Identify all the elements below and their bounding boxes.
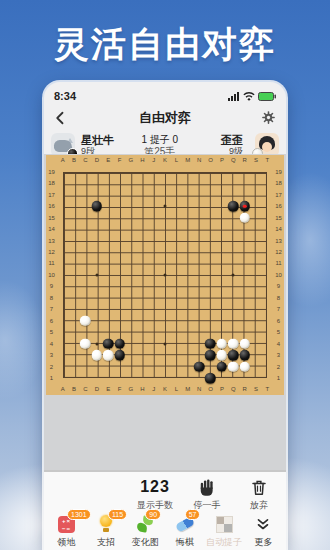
black-stone-O3: [205, 350, 216, 361]
white-player-name: 歪歪: [221, 134, 243, 146]
board-coordinates-left: 19181716151413121110987654321: [46, 166, 57, 384]
settings-button[interactable]: [260, 109, 278, 127]
white-stone-R2: [239, 362, 250, 373]
clock-time: 8:34: [54, 90, 76, 102]
show-move-numbers-button[interactable]: 123 显示手数: [134, 477, 176, 512]
white-stone-E3: [103, 350, 114, 361]
more-button[interactable]: 更多: [244, 514, 283, 549]
star-point-K4: [164, 342, 167, 345]
board-grid[interactable]: [57, 166, 273, 384]
resign-button[interactable]: 放弃: [238, 477, 280, 512]
black-stone-D16: [92, 201, 103, 212]
white-stone-R4: [239, 339, 250, 350]
black-stone-Q16: [228, 201, 239, 212]
white-stone-Q2: [228, 362, 239, 373]
pass-button[interactable]: 停一手: [186, 477, 228, 512]
star-point-D10: [95, 274, 98, 277]
white-stone-Q4: [228, 339, 239, 350]
black-stone-R16: [239, 201, 250, 212]
auto-capture-button: 自动提子: [205, 514, 244, 549]
hint-badge: 115: [108, 509, 127, 520]
white-stone-C6: [80, 316, 91, 327]
star-point-D4: [95, 342, 98, 345]
chevron-double-down-icon: [254, 515, 272, 533]
white-stone-C4: [80, 339, 91, 350]
battery-icon: [258, 92, 276, 101]
hand-icon: [198, 478, 217, 497]
black-stone-N2: [194, 362, 205, 373]
black-stone-Q3: [228, 350, 239, 361]
variation-button[interactable]: 90 变化图: [126, 514, 165, 549]
territory-button[interactable]: +×−= 1301 领地: [47, 514, 86, 549]
black-stone-O4: [205, 339, 216, 350]
board-squares-icon: [216, 516, 233, 533]
signal-icon: [228, 91, 240, 101]
trash-icon: [250, 478, 268, 497]
hint-button[interactable]: 115 支招: [86, 514, 125, 549]
white-stone-P3: [217, 350, 228, 361]
variation-badge: 90: [145, 509, 161, 520]
black-stone-O1: [205, 373, 216, 384]
undo-badge: 57: [185, 509, 201, 520]
girl-avatar-art: [262, 142, 272, 152]
white-stone-P4: [217, 339, 228, 350]
board-coordinates-bottom: ABCDEFGHJKLMNOPQRST: [57, 384, 273, 395]
back-button[interactable]: [52, 109, 70, 127]
status-bar: 8:34: [44, 82, 286, 106]
black-stone-F4: [114, 339, 125, 350]
board-coordinates-top: ABCDEFGHJKLMNOPQRST: [57, 155, 273, 166]
black-stone-F3: [114, 350, 125, 361]
controls-row: 123 显示手数 停一手: [134, 477, 280, 512]
move-numbers-123: 123: [140, 477, 170, 497]
board-coordinates-right: 19181716151413121110987654321: [273, 166, 284, 384]
go-board[interactable]: ABCDEFGHJKLMNOPQRST ABCDEFGHJKLMNOPQRST …: [46, 155, 284, 395]
star-point-K10: [164, 274, 167, 277]
captures-count: 1 提子 0: [141, 134, 178, 146]
star-point-K16: [164, 205, 167, 208]
white-stone-D3: [92, 350, 103, 361]
nav-bar: 自由对弈: [44, 106, 286, 130]
black-stone-P2: [217, 362, 228, 373]
star-point-Q10: [232, 274, 235, 277]
toolbar-row: +×−= 1301 领地 115 支招: [47, 514, 283, 549]
gear-icon: [260, 109, 277, 126]
back-chevron-icon: [52, 109, 70, 127]
hero-title: 灵活自由对弈: [0, 18, 330, 70]
wifi-icon: [243, 91, 255, 101]
page-title: 自由对弈: [139, 109, 191, 127]
bottom-panel: 123 显示手数 停一手: [44, 470, 286, 550]
undo-button[interactable]: 57 悔棋: [165, 514, 204, 549]
phone-mockup: 8:34 自由对弈: [44, 82, 286, 550]
black-stone-E4: [103, 339, 114, 350]
board-backdrop: ABCDEFGHJKLMNOPQRST ABCDEFGHJKLMNOPQRST …: [44, 154, 286, 470]
black-player-name: 星壮牛: [81, 134, 114, 146]
white-stone-R15: [239, 212, 250, 223]
black-stone-R3: [239, 350, 250, 361]
